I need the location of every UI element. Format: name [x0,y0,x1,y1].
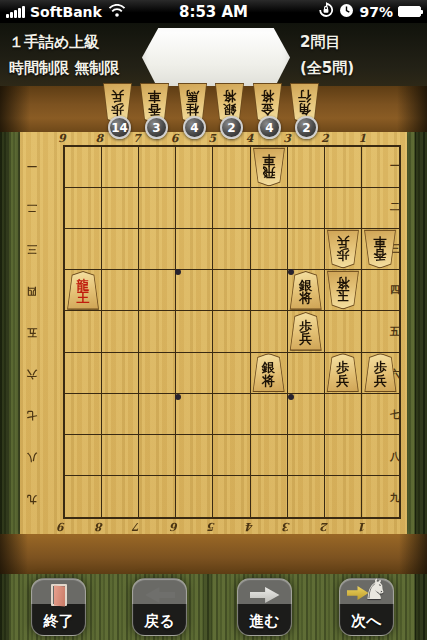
board-cell-4-3[interactable] [251,229,288,270]
forward-button[interactable]: 進む [237,578,292,636]
board-cell-5-4[interactable] [213,270,250,311]
board-cell-4-1[interactable]: 飛車 [251,147,288,188]
board-cell-2-3[interactable]: 歩兵 [325,229,362,270]
board-cell-1-7[interactable] [362,394,399,435]
board-cell-8-4[interactable] [102,270,139,311]
board-cell-1-1[interactable] [362,147,399,188]
gote-piece-香車[interactable]: 香車 [363,230,397,269]
gote-piece-玉将[interactable]: 玉将 [326,271,360,310]
board-cell-1-6[interactable]: 歩兵 [362,353,399,394]
board-cell-1-5[interactable] [362,311,399,352]
time-limit-label: 時間制限 無制限 [9,55,119,81]
board-cell-7-5[interactable] [139,311,176,352]
board-cell-1-8[interactable] [362,435,399,476]
battery-icon [398,6,421,17]
back-button[interactable]: 戻る [132,578,187,636]
hoshi-dot [288,269,294,275]
gote-piece-歩兵[interactable]: 歩兵 [326,230,360,269]
header: １手詰め上級 時間制限 無制限 2問目 (全5問) [0,23,427,86]
board-cell-6-1[interactable] [176,147,213,188]
board-cell-3-8[interactable] [288,435,325,476]
board-grid: 飛車歩兵香車龍王銀将玉将歩兵銀将歩兵歩兵 [63,145,401,519]
board-cell-4-5[interactable] [251,311,288,352]
back-button-label: 戻る [133,612,186,631]
board-cell-7-2[interactable] [139,188,176,229]
quit-button[interactable]: 終了 [31,578,86,636]
board-cell-5-9[interactable] [213,476,250,517]
board-cell-3-4[interactable]: 銀将 [288,270,325,311]
file-labels-top: 987654321 [43,132,381,146]
hoshi-dot [288,394,294,400]
sente-hand-tray [0,534,427,574]
board-cell-6-5[interactable] [176,311,213,352]
board-cell-5-1[interactable] [213,147,250,188]
board-cell-1-4[interactable] [362,270,399,311]
sente-piece-龍王[interactable]: 龍王 [66,271,100,310]
board-cell-6-8[interactable] [176,435,213,476]
board-cell-3-9[interactable] [288,476,325,517]
board-cell-7-4[interactable] [139,270,176,311]
board-cell-2-1[interactable] [325,147,362,188]
sente-piece-銀将[interactable]: 銀将 [252,353,286,392]
file-labels-bottom: 987654321 [43,519,381,533]
board-cell-9-3[interactable] [65,229,102,270]
board-cell-4-7[interactable] [251,394,288,435]
board-cell-5-2[interactable] [213,188,250,229]
board-cell-4-8[interactable] [251,435,288,476]
board-cell-8-5[interactable] [102,311,139,352]
sente-piece-歩兵[interactable]: 歩兵 [289,312,323,351]
board-cell-7-1[interactable] [139,147,176,188]
board-cell-3-7[interactable] [288,394,325,435]
captured-count-badge: 4 [183,116,206,139]
board-cell-8-6[interactable] [102,353,139,394]
board-cell-7-7[interactable] [139,394,176,435]
board-cell-6-6[interactable] [176,353,213,394]
board-cell-5-6[interactable] [213,353,250,394]
board-cell-2-6[interactable]: 歩兵 [325,353,362,394]
board-cell-6-9[interactable] [176,476,213,517]
board-cell-2-5[interactable] [325,311,362,352]
sente-piece-歩兵[interactable]: 歩兵 [363,353,397,392]
board-cell-9-7[interactable] [65,394,102,435]
board-cell-7-8[interactable] [139,435,176,476]
board-cell-9-1[interactable] [65,147,102,188]
board-cell-4-9[interactable] [251,476,288,517]
captured-count-badge: 2 [220,116,243,139]
board-cell-1-2[interactable] [362,188,399,229]
board-cell-9-9[interactable] [65,476,102,517]
board-cell-2-9[interactable] [325,476,362,517]
forward-button-label: 進む [238,612,291,631]
problem-number: 2問目 [300,29,354,55]
board-cell-6-3[interactable] [176,229,213,270]
captured-count-badge: 2 [295,116,318,139]
hoshi-dot [175,394,181,400]
board-cell-2-2[interactable] [325,188,362,229]
board-cell-1-9[interactable] [362,476,399,517]
rank-labels-left: 一二三四五六七八九 [23,145,41,519]
board-cell-3-5[interactable]: 歩兵 [288,311,325,352]
board-cell-6-4[interactable] [176,270,213,311]
shogi-board: 987654321 987654321 一二三四五六七八九 一二三四五六七八九 … [20,132,407,534]
next-problem-button[interactable]: ♞ 次へ [339,578,394,636]
board-cell-6-7[interactable] [176,394,213,435]
board-cell-8-1[interactable] [102,147,139,188]
board-cell-5-8[interactable] [213,435,250,476]
arrow-right-icon [250,586,280,604]
board-cell-5-7[interactable] [213,394,250,435]
captured-count-badge: 14 [108,116,131,139]
puzzle-title: １手詰め上級 [9,29,119,55]
board-cell-9-5[interactable] [65,311,102,352]
captured-count-badge: 3 [145,116,168,139]
board-cell-9-2[interactable] [65,188,102,229]
board-cell-8-7[interactable] [102,394,139,435]
quit-button-label: 終了 [32,612,85,631]
gote-hand-tray: 歩兵14香車3桂馬4銀将2金将4角行2 [0,86,427,132]
hoshi-dot [175,269,181,275]
board-cell-4-4[interactable] [251,270,288,311]
board-cell-2-7[interactable] [325,394,362,435]
board-cell-5-3[interactable] [213,229,250,270]
board-cell-6-2[interactable] [176,188,213,229]
board-cell-4-2[interactable] [251,188,288,229]
board-cell-3-3[interactable] [288,229,325,270]
next-button-label: 次へ [340,612,393,631]
board-cell-2-4[interactable]: 玉将 [325,270,362,311]
board-cell-8-2[interactable] [102,188,139,229]
board-cell-5-5[interactable] [213,311,250,352]
board-cell-7-9[interactable] [139,476,176,517]
board-cell-3-6[interactable] [288,353,325,394]
board-cell-8-9[interactable] [102,476,139,517]
sente-piece-銀将[interactable]: 銀将 [289,271,323,310]
board-cell-8-3[interactable] [102,229,139,270]
board-cell-9-4[interactable]: 龍王 [65,270,102,311]
board-cell-3-1[interactable] [288,147,325,188]
exit-door-icon [51,584,67,606]
board-cell-7-6[interactable] [139,353,176,394]
status-time: 8:53 AM [0,3,427,21]
next-knight-icon: ♞ [347,582,387,608]
problem-total: (全5問) [300,55,354,81]
board-cell-4-6[interactable]: 銀将 [251,353,288,394]
board-cell-7-3[interactable] [139,229,176,270]
status-bar: SoftBank 8:53 AM 97% [0,0,427,23]
board-cell-9-6[interactable] [65,353,102,394]
board-cell-3-2[interactable] [288,188,325,229]
sente-piece-歩兵[interactable]: 歩兵 [326,353,360,392]
captured-count-badge: 4 [258,116,281,139]
board-cell-1-3[interactable]: 香車 [362,229,399,270]
arrow-left-icon [145,586,175,604]
gote-piece-飛車[interactable]: 飛車 [252,148,286,187]
board-cell-2-8[interactable] [325,435,362,476]
board-cell-9-8[interactable] [65,435,102,476]
board-cell-8-8[interactable] [102,435,139,476]
